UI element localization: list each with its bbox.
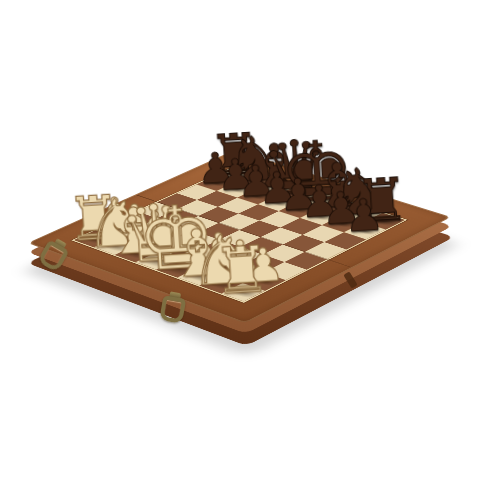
scene-tilt: ♜♞♝♛♚♝♞♜♟♟♟♟♟♟♟♟♟♟♟♟♟♟♟♟♜♞♝♛♚♝♞♜ — [0, 0, 480, 480]
product-photo-stage: ♜♞♝♛♚♝♞♜♟♟♟♟♟♟♟♟♟♟♟♟♟♟♟♟♜♞♝♛♚♝♞♜ — [0, 0, 480, 480]
piece-glyph: ♜ — [196, 236, 288, 305]
chess-board: ♜♞♝♛♚♝♞♜♟♟♟♟♟♟♟♟♟♟♟♟♟♟♟♟♜♞♝♛♚♝♞♜ — [28, 150, 451, 323]
clasp-ring — [159, 295, 186, 324]
square-h1: ♜ — [221, 283, 265, 302]
front-clasp-icon — [158, 289, 188, 321]
